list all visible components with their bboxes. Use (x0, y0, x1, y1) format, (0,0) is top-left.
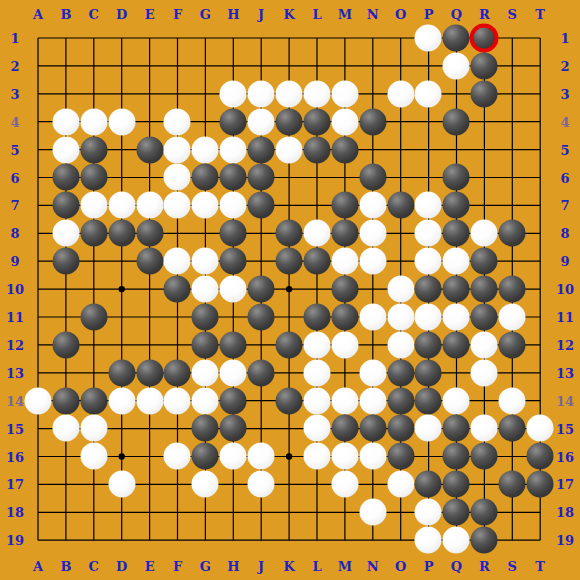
point-T5[interactable] (526, 136, 554, 164)
point-Q4[interactable] (442, 108, 470, 136)
point-F11[interactable] (164, 303, 192, 331)
point-D9[interactable] (108, 247, 136, 275)
point-N17[interactable] (359, 470, 387, 498)
point-D3[interactable] (108, 80, 136, 108)
point-P1[interactable] (415, 24, 443, 52)
point-O10[interactable] (387, 275, 415, 303)
point-N2[interactable] (359, 52, 387, 80)
point-P8[interactable] (415, 219, 443, 247)
point-L17[interactable] (303, 470, 331, 498)
point-H4[interactable] (219, 108, 247, 136)
point-G2[interactable] (191, 52, 219, 80)
point-O7[interactable] (387, 191, 415, 219)
point-N14[interactable] (359, 387, 387, 415)
point-A5[interactable] (24, 136, 52, 164)
point-S8[interactable] (498, 219, 526, 247)
point-L2[interactable] (303, 52, 331, 80)
point-N18[interactable] (359, 498, 387, 526)
point-K18[interactable] (275, 498, 303, 526)
point-A2[interactable] (24, 52, 52, 80)
point-G4[interactable] (191, 108, 219, 136)
point-L19[interactable] (303, 526, 331, 554)
point-D16[interactable] (108, 442, 136, 470)
point-M15[interactable] (331, 415, 359, 443)
point-Q2[interactable] (442, 52, 470, 80)
point-J5[interactable] (247, 136, 275, 164)
point-R11[interactable] (470, 303, 498, 331)
point-C1[interactable] (80, 24, 108, 52)
point-L11[interactable] (303, 303, 331, 331)
point-G5[interactable] (191, 136, 219, 164)
point-J3[interactable] (247, 80, 275, 108)
point-G10[interactable] (191, 275, 219, 303)
point-Q1[interactable] (442, 24, 470, 52)
point-D14[interactable] (108, 387, 136, 415)
point-S9[interactable] (498, 247, 526, 275)
point-K4[interactable] (275, 108, 303, 136)
point-J7[interactable] (247, 191, 275, 219)
point-D4[interactable] (108, 108, 136, 136)
point-P10[interactable] (415, 275, 443, 303)
point-C18[interactable] (80, 498, 108, 526)
point-M13[interactable] (331, 359, 359, 387)
point-L18[interactable] (303, 498, 331, 526)
point-M9[interactable] (331, 247, 359, 275)
point-N4[interactable] (359, 108, 387, 136)
point-F3[interactable] (164, 80, 192, 108)
point-J10[interactable] (247, 275, 275, 303)
point-A1[interactable] (24, 24, 52, 52)
point-E4[interactable] (136, 108, 164, 136)
point-D19[interactable] (108, 526, 136, 554)
point-Q16[interactable] (442, 442, 470, 470)
point-M14[interactable] (331, 387, 359, 415)
point-P18[interactable] (415, 498, 443, 526)
point-Q9[interactable] (442, 247, 470, 275)
point-G7[interactable] (191, 191, 219, 219)
point-S19[interactable] (498, 526, 526, 554)
point-H17[interactable] (219, 470, 247, 498)
point-N10[interactable] (359, 275, 387, 303)
point-M3[interactable] (331, 80, 359, 108)
point-B3[interactable] (52, 80, 80, 108)
point-A8[interactable] (24, 219, 52, 247)
point-D11[interactable] (108, 303, 136, 331)
point-R19[interactable] (470, 526, 498, 554)
point-K10[interactable] (275, 275, 303, 303)
point-C10[interactable] (80, 275, 108, 303)
point-T15[interactable] (526, 415, 554, 443)
point-B15[interactable] (52, 415, 80, 443)
point-H15[interactable] (219, 415, 247, 443)
point-L14[interactable] (303, 387, 331, 415)
point-R5[interactable] (470, 136, 498, 164)
point-S7[interactable] (498, 191, 526, 219)
point-M10[interactable] (331, 275, 359, 303)
point-A16[interactable] (24, 442, 52, 470)
point-B18[interactable] (52, 498, 80, 526)
point-K8[interactable] (275, 219, 303, 247)
point-Q11[interactable] (442, 303, 470, 331)
point-O13[interactable] (387, 359, 415, 387)
point-M18[interactable] (331, 498, 359, 526)
point-M4[interactable] (331, 108, 359, 136)
point-R18[interactable] (470, 498, 498, 526)
point-B5[interactable] (52, 136, 80, 164)
point-J17[interactable] (247, 470, 275, 498)
point-O6[interactable] (387, 164, 415, 192)
point-F19[interactable] (164, 526, 192, 554)
point-S17[interactable] (498, 470, 526, 498)
point-J15[interactable] (247, 415, 275, 443)
point-K7[interactable] (275, 191, 303, 219)
point-P3[interactable] (415, 80, 443, 108)
point-T10[interactable] (526, 275, 554, 303)
point-B1[interactable] (52, 24, 80, 52)
point-D18[interactable] (108, 498, 136, 526)
point-H19[interactable] (219, 526, 247, 554)
point-H2[interactable] (219, 52, 247, 80)
point-E6[interactable] (136, 164, 164, 192)
point-C19[interactable] (80, 526, 108, 554)
point-S11[interactable] (498, 303, 526, 331)
point-H14[interactable] (219, 387, 247, 415)
point-P15[interactable] (415, 415, 443, 443)
point-A13[interactable] (24, 359, 52, 387)
point-C9[interactable] (80, 247, 108, 275)
point-F1[interactable] (164, 24, 192, 52)
point-C2[interactable] (80, 52, 108, 80)
point-N5[interactable] (359, 136, 387, 164)
point-O4[interactable] (387, 108, 415, 136)
point-A9[interactable] (24, 247, 52, 275)
point-P19[interactable] (415, 526, 443, 554)
point-D7[interactable] (108, 191, 136, 219)
point-J1[interactable] (247, 24, 275, 52)
point-B2[interactable] (52, 52, 80, 80)
point-K11[interactable] (275, 303, 303, 331)
point-H7[interactable] (219, 191, 247, 219)
point-S3[interactable] (498, 80, 526, 108)
point-H9[interactable] (219, 247, 247, 275)
point-A18[interactable] (24, 498, 52, 526)
point-J11[interactable] (247, 303, 275, 331)
point-E16[interactable] (136, 442, 164, 470)
point-P4[interactable] (415, 108, 443, 136)
point-F9[interactable] (164, 247, 192, 275)
point-D13[interactable] (108, 359, 136, 387)
point-H8[interactable] (219, 219, 247, 247)
point-F6[interactable] (164, 164, 192, 192)
point-J2[interactable] (247, 52, 275, 80)
go-board[interactable] (24, 24, 554, 554)
point-C5[interactable] (80, 136, 108, 164)
point-O18[interactable] (387, 498, 415, 526)
point-M19[interactable] (331, 526, 359, 554)
point-A12[interactable] (24, 331, 52, 359)
point-A17[interactable] (24, 470, 52, 498)
point-K13[interactable] (275, 359, 303, 387)
point-T14[interactable] (526, 387, 554, 415)
point-Q17[interactable] (442, 470, 470, 498)
point-N12[interactable] (359, 331, 387, 359)
point-S18[interactable] (498, 498, 526, 526)
point-B9[interactable] (52, 247, 80, 275)
point-M2[interactable] (331, 52, 359, 80)
point-D6[interactable] (108, 164, 136, 192)
point-N15[interactable] (359, 415, 387, 443)
point-O17[interactable] (387, 470, 415, 498)
point-L6[interactable] (303, 164, 331, 192)
point-R16[interactable] (470, 442, 498, 470)
point-Q3[interactable] (442, 80, 470, 108)
point-R8[interactable] (470, 219, 498, 247)
point-E11[interactable] (136, 303, 164, 331)
point-J9[interactable] (247, 247, 275, 275)
point-M17[interactable] (331, 470, 359, 498)
point-N13[interactable] (359, 359, 387, 387)
point-E18[interactable] (136, 498, 164, 526)
point-E2[interactable] (136, 52, 164, 80)
point-T12[interactable] (526, 331, 554, 359)
point-B16[interactable] (52, 442, 80, 470)
point-L12[interactable] (303, 331, 331, 359)
point-G18[interactable] (191, 498, 219, 526)
point-R3[interactable] (470, 80, 498, 108)
point-K16[interactable] (275, 442, 303, 470)
point-C8[interactable] (80, 219, 108, 247)
point-S12[interactable] (498, 331, 526, 359)
point-C15[interactable] (80, 415, 108, 443)
point-T8[interactable] (526, 219, 554, 247)
point-O11[interactable] (387, 303, 415, 331)
point-Q10[interactable] (442, 275, 470, 303)
point-D15[interactable] (108, 415, 136, 443)
point-T7[interactable] (526, 191, 554, 219)
point-J13[interactable] (247, 359, 275, 387)
point-H18[interactable] (219, 498, 247, 526)
point-S13[interactable] (498, 359, 526, 387)
point-A7[interactable] (24, 191, 52, 219)
point-H10[interactable] (219, 275, 247, 303)
point-O2[interactable] (387, 52, 415, 80)
point-E15[interactable] (136, 415, 164, 443)
point-A6[interactable] (24, 164, 52, 192)
point-T9[interactable] (526, 247, 554, 275)
point-D2[interactable] (108, 52, 136, 80)
point-E13[interactable] (136, 359, 164, 387)
point-O9[interactable] (387, 247, 415, 275)
point-N11[interactable] (359, 303, 387, 331)
point-L4[interactable] (303, 108, 331, 136)
point-T17[interactable] (526, 470, 554, 498)
point-T13[interactable] (526, 359, 554, 387)
point-O16[interactable] (387, 442, 415, 470)
point-B13[interactable] (52, 359, 80, 387)
point-M8[interactable] (331, 219, 359, 247)
point-G8[interactable] (191, 219, 219, 247)
point-R1[interactable] (470, 24, 498, 52)
point-G6[interactable] (191, 164, 219, 192)
point-E1[interactable] (136, 24, 164, 52)
point-M12[interactable] (331, 331, 359, 359)
point-B4[interactable] (52, 108, 80, 136)
point-R13[interactable] (470, 359, 498, 387)
point-K17[interactable] (275, 470, 303, 498)
point-K19[interactable] (275, 526, 303, 554)
point-O14[interactable] (387, 387, 415, 415)
point-J16[interactable] (247, 442, 275, 470)
point-T3[interactable] (526, 80, 554, 108)
point-E10[interactable] (136, 275, 164, 303)
point-L3[interactable] (303, 80, 331, 108)
point-D5[interactable] (108, 136, 136, 164)
point-R12[interactable] (470, 331, 498, 359)
point-F7[interactable] (164, 191, 192, 219)
point-G14[interactable] (191, 387, 219, 415)
point-E14[interactable] (136, 387, 164, 415)
point-T6[interactable] (526, 164, 554, 192)
point-P5[interactable] (415, 136, 443, 164)
point-M7[interactable] (331, 191, 359, 219)
point-R7[interactable] (470, 191, 498, 219)
point-L8[interactable] (303, 219, 331, 247)
point-E5[interactable] (136, 136, 164, 164)
point-L15[interactable] (303, 415, 331, 443)
point-J6[interactable] (247, 164, 275, 192)
point-R17[interactable] (470, 470, 498, 498)
point-R2[interactable] (470, 52, 498, 80)
point-T16[interactable] (526, 442, 554, 470)
point-G19[interactable] (191, 526, 219, 554)
point-B19[interactable] (52, 526, 80, 554)
point-B17[interactable] (52, 470, 80, 498)
point-J12[interactable] (247, 331, 275, 359)
point-G9[interactable] (191, 247, 219, 275)
point-H16[interactable] (219, 442, 247, 470)
point-F8[interactable] (164, 219, 192, 247)
point-N7[interactable] (359, 191, 387, 219)
point-H13[interactable] (219, 359, 247, 387)
point-O3[interactable] (387, 80, 415, 108)
point-A4[interactable] (24, 108, 52, 136)
point-C6[interactable] (80, 164, 108, 192)
point-L7[interactable] (303, 191, 331, 219)
point-L13[interactable] (303, 359, 331, 387)
point-K1[interactable] (275, 24, 303, 52)
point-P12[interactable] (415, 331, 443, 359)
point-P17[interactable] (415, 470, 443, 498)
point-K9[interactable] (275, 247, 303, 275)
point-O5[interactable] (387, 136, 415, 164)
point-F15[interactable] (164, 415, 192, 443)
point-J8[interactable] (247, 219, 275, 247)
point-S5[interactable] (498, 136, 526, 164)
point-S6[interactable] (498, 164, 526, 192)
point-J18[interactable] (247, 498, 275, 526)
point-C17[interactable] (80, 470, 108, 498)
point-B7[interactable] (52, 191, 80, 219)
point-M16[interactable] (331, 442, 359, 470)
point-P11[interactable] (415, 303, 443, 331)
point-E9[interactable] (136, 247, 164, 275)
point-T11[interactable] (526, 303, 554, 331)
point-P2[interactable] (415, 52, 443, 80)
point-M1[interactable] (331, 24, 359, 52)
point-G12[interactable] (191, 331, 219, 359)
point-A3[interactable] (24, 80, 52, 108)
point-S16[interactable] (498, 442, 526, 470)
point-G1[interactable] (191, 24, 219, 52)
point-N6[interactable] (359, 164, 387, 192)
point-C4[interactable] (80, 108, 108, 136)
point-P7[interactable] (415, 191, 443, 219)
point-O19[interactable] (387, 526, 415, 554)
point-C3[interactable] (80, 80, 108, 108)
point-F4[interactable] (164, 108, 192, 136)
point-P14[interactable] (415, 387, 443, 415)
point-F10[interactable] (164, 275, 192, 303)
point-S15[interactable] (498, 415, 526, 443)
point-L9[interactable] (303, 247, 331, 275)
point-K12[interactable] (275, 331, 303, 359)
point-N16[interactable] (359, 442, 387, 470)
point-O15[interactable] (387, 415, 415, 443)
point-S14[interactable] (498, 387, 526, 415)
point-L5[interactable] (303, 136, 331, 164)
point-K3[interactable] (275, 80, 303, 108)
point-B10[interactable] (52, 275, 80, 303)
point-T1[interactable] (526, 24, 554, 52)
point-Q8[interactable] (442, 219, 470, 247)
point-P16[interactable] (415, 442, 443, 470)
point-N9[interactable] (359, 247, 387, 275)
point-T18[interactable] (526, 498, 554, 526)
point-S2[interactable] (498, 52, 526, 80)
point-S4[interactable] (498, 108, 526, 136)
point-P9[interactable] (415, 247, 443, 275)
point-F16[interactable] (164, 442, 192, 470)
point-A19[interactable] (24, 526, 52, 554)
point-A10[interactable] (24, 275, 52, 303)
point-M5[interactable] (331, 136, 359, 164)
point-B14[interactable] (52, 387, 80, 415)
point-E19[interactable] (136, 526, 164, 554)
point-R4[interactable] (470, 108, 498, 136)
point-G17[interactable] (191, 470, 219, 498)
point-H1[interactable] (219, 24, 247, 52)
point-Q7[interactable] (442, 191, 470, 219)
point-A15[interactable] (24, 415, 52, 443)
point-K5[interactable] (275, 136, 303, 164)
point-M11[interactable] (331, 303, 359, 331)
point-J14[interactable] (247, 387, 275, 415)
point-Q12[interactable] (442, 331, 470, 359)
point-D8[interactable] (108, 219, 136, 247)
point-B8[interactable] (52, 219, 80, 247)
point-A11[interactable] (24, 303, 52, 331)
point-S1[interactable] (498, 24, 526, 52)
point-L16[interactable] (303, 442, 331, 470)
point-P13[interactable] (415, 359, 443, 387)
point-F5[interactable] (164, 136, 192, 164)
point-H3[interactable] (219, 80, 247, 108)
point-O12[interactable] (387, 331, 415, 359)
point-R6[interactable] (470, 164, 498, 192)
point-D1[interactable] (108, 24, 136, 52)
point-H5[interactable] (219, 136, 247, 164)
point-G16[interactable] (191, 442, 219, 470)
